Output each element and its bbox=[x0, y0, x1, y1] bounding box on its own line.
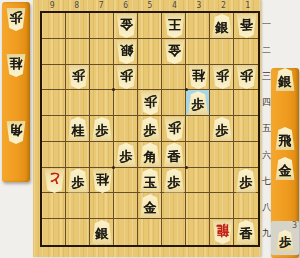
square-4-4[interactable] bbox=[162, 90, 186, 116]
sente-hand-piece-金[interactable]: 金 bbox=[275, 157, 295, 180]
file-label-4: 4 bbox=[162, 0, 186, 11]
square-2-6[interactable] bbox=[210, 142, 234, 168]
square-5-3[interactable] bbox=[138, 65, 162, 91]
gote-hand-stand: 歩桂角 bbox=[2, 2, 30, 182]
square-6-5[interactable] bbox=[114, 116, 138, 142]
file-label-2: 2 bbox=[211, 0, 235, 11]
square-9-9[interactable] bbox=[42, 219, 66, 245]
square-1-6[interactable] bbox=[234, 142, 258, 168]
sente-hand-piece-銀[interactable]: 銀 bbox=[275, 68, 295, 91]
square-8-8[interactable] bbox=[66, 193, 90, 219]
rank-label-2: 二 bbox=[261, 46, 272, 55]
sente-hand-piece-飛[interactable]: 飛 bbox=[275, 127, 295, 150]
square-8-1[interactable] bbox=[66, 13, 90, 39]
square-9-6[interactable] bbox=[42, 142, 66, 168]
square-9-5[interactable] bbox=[42, 116, 66, 142]
sente-hand-slot-3: 銀 bbox=[271, 68, 299, 91]
file-label-5: 5 bbox=[138, 0, 162, 11]
file-label-7: 7 bbox=[89, 0, 113, 11]
square-3-7[interactable] bbox=[186, 168, 210, 194]
square-3-6[interactable] bbox=[186, 142, 210, 168]
square-3-1[interactable] bbox=[186, 13, 210, 39]
file-label-9: 9 bbox=[40, 0, 64, 11]
square-9-2[interactable] bbox=[42, 39, 66, 65]
square-2-8[interactable] bbox=[210, 193, 234, 219]
square-9-1[interactable] bbox=[42, 13, 66, 39]
square-6-4[interactable] bbox=[114, 90, 138, 116]
square-5-9[interactable] bbox=[138, 219, 162, 245]
square-2-7[interactable] bbox=[210, 168, 234, 194]
shogi-diagram: 歩桂角 987654321 金王銀香銀金歩歩桂歩歩歩歩桂歩歩歩歩歩角香と歩桂玉歩… bbox=[0, 0, 300, 258]
square-2-2[interactable] bbox=[210, 39, 234, 65]
square-1-2[interactable] bbox=[234, 39, 258, 65]
sente-pawn-count-tile[interactable]: 3 歩 bbox=[271, 221, 299, 255]
square-3-2[interactable] bbox=[186, 39, 210, 65]
square-5-1[interactable] bbox=[138, 13, 162, 39]
sente-pawn-count: 3 bbox=[292, 221, 297, 230]
square-4-9[interactable] bbox=[162, 219, 186, 245]
board-grid: 金王銀香銀金歩歩桂歩歩歩歩桂歩歩歩歩歩角香と歩桂玉歩歩金銀龍香 bbox=[40, 11, 260, 247]
square-7-1[interactable] bbox=[90, 13, 114, 39]
file-label-3: 3 bbox=[187, 0, 211, 11]
gote-hand-piece-桂[interactable]: 桂 bbox=[6, 54, 26, 77]
square-8-6[interactable] bbox=[66, 142, 90, 168]
sente-hand-slot-2: 金 bbox=[271, 157, 299, 180]
sente-hand-stand: 3 歩 飛金銀 bbox=[271, 68, 299, 258]
square-6-7[interactable] bbox=[114, 168, 138, 194]
file-label-8: 8 bbox=[64, 0, 88, 11]
square-9-8[interactable] bbox=[42, 193, 66, 219]
rank-label-1: 一 bbox=[261, 20, 272, 29]
square-6-9[interactable] bbox=[114, 219, 138, 245]
gote-hand-piece-歩[interactable]: 歩 bbox=[6, 8, 26, 31]
file-label-1: 1 bbox=[236, 0, 260, 11]
square-7-4[interactable] bbox=[90, 90, 114, 116]
square-8-2[interactable] bbox=[66, 39, 90, 65]
square-3-5[interactable] bbox=[186, 116, 210, 142]
square-7-6[interactable] bbox=[90, 142, 114, 168]
square-5-2[interactable] bbox=[138, 39, 162, 65]
square-4-8[interactable] bbox=[162, 193, 186, 219]
square-1-4[interactable] bbox=[234, 90, 258, 116]
gote-hand-slot-1: 歩 bbox=[2, 8, 30, 31]
square-3-8[interactable] bbox=[186, 193, 210, 219]
gote-hand-piece-角[interactable]: 角 bbox=[6, 121, 26, 144]
square-9-4[interactable] bbox=[42, 90, 66, 116]
file-labels: 987654321 bbox=[40, 0, 260, 11]
square-8-9[interactable] bbox=[66, 219, 90, 245]
gote-hand-slot-3: 角 bbox=[2, 121, 30, 144]
hoshi-dot bbox=[185, 88, 188, 91]
square-9-3[interactable] bbox=[42, 65, 66, 91]
hoshi-dot bbox=[112, 166, 115, 169]
square-8-4[interactable] bbox=[66, 90, 90, 116]
square-4-3[interactable] bbox=[162, 65, 186, 91]
file-label-6: 6 bbox=[113, 0, 137, 11]
square-2-4[interactable] bbox=[210, 90, 234, 116]
hoshi-dot bbox=[112, 88, 115, 91]
square-6-8[interactable] bbox=[114, 193, 138, 219]
sente-hand-slot-1: 飛 bbox=[271, 127, 299, 150]
square-1-5[interactable] bbox=[234, 116, 258, 142]
hoshi-dot bbox=[185, 166, 188, 169]
shogi-board: 987654321 金王銀香銀金歩歩桂歩歩歩歩桂歩歩歩歩歩角香と歩桂玉歩歩金銀龍… bbox=[33, 0, 261, 257]
square-7-3[interactable] bbox=[90, 65, 114, 91]
square-7-8[interactable] bbox=[90, 193, 114, 219]
square-3-9[interactable] bbox=[186, 219, 210, 245]
sente-hand-pawn[interactable]: 歩 bbox=[276, 230, 294, 251]
square-1-8[interactable] bbox=[234, 193, 258, 219]
gote-hand-slot-2: 桂 bbox=[2, 54, 30, 77]
square-7-2[interactable] bbox=[90, 39, 114, 65]
